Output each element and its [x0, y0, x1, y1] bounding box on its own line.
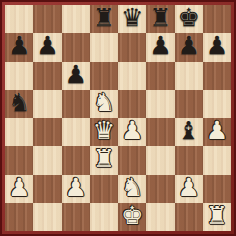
piece-black-rook: ♜ — [149, 5, 171, 32]
square-h4[interactable]: ♟ — [203, 118, 231, 146]
square-b8[interactable] — [33, 5, 61, 33]
piece-white-rook: ♜ — [93, 146, 115, 173]
square-f5[interactable] — [146, 90, 174, 118]
square-d1[interactable] — [90, 203, 118, 231]
square-g7[interactable]: ♟ — [175, 33, 203, 61]
board-frame: ♜♛♜♚♟♟♟♟♟♟♞♞♛♟♝♟♜♟♟♞♟♚♜ — [0, 0, 236, 236]
square-f4[interactable] — [146, 118, 174, 146]
square-b3[interactable] — [33, 146, 61, 174]
square-h5[interactable] — [203, 90, 231, 118]
square-h3[interactable] — [203, 146, 231, 174]
piece-white-pawn: ♟ — [64, 175, 86, 202]
square-g6[interactable] — [175, 62, 203, 90]
piece-white-pawn: ♟ — [8, 175, 30, 202]
piece-black-pawn: ♟ — [149, 33, 171, 60]
square-e7[interactable] — [118, 33, 146, 61]
square-b6[interactable] — [33, 62, 61, 90]
square-a1[interactable] — [5, 203, 33, 231]
square-g3[interactable] — [175, 146, 203, 174]
square-c3[interactable] — [62, 146, 90, 174]
square-a6[interactable] — [5, 62, 33, 90]
square-e3[interactable] — [118, 146, 146, 174]
square-b7[interactable]: ♟ — [33, 33, 61, 61]
square-a4[interactable] — [5, 118, 33, 146]
square-c2[interactable]: ♟ — [62, 175, 90, 203]
piece-black-pawn: ♟ — [8, 33, 30, 60]
square-g5[interactable] — [175, 90, 203, 118]
piece-black-queen: ♛ — [121, 5, 143, 32]
square-d5[interactable]: ♞ — [90, 90, 118, 118]
piece-white-king: ♚ — [121, 203, 143, 230]
piece-white-pawn: ♟ — [121, 118, 143, 145]
square-h1[interactable]: ♜ — [203, 203, 231, 231]
square-d7[interactable] — [90, 33, 118, 61]
piece-black-rook: ♜ — [93, 5, 115, 32]
piece-black-pawn: ♟ — [177, 33, 199, 60]
square-f8[interactable]: ♜ — [146, 5, 174, 33]
piece-white-knight: ♞ — [121, 175, 143, 202]
piece-black-pawn: ♟ — [206, 33, 228, 60]
square-e1[interactable]: ♚ — [118, 203, 146, 231]
square-e8[interactable]: ♛ — [118, 5, 146, 33]
piece-white-pawn: ♟ — [206, 118, 228, 145]
square-h7[interactable]: ♟ — [203, 33, 231, 61]
square-d8[interactable]: ♜ — [90, 5, 118, 33]
square-g4[interactable]: ♝ — [175, 118, 203, 146]
square-c8[interactable] — [62, 5, 90, 33]
piece-black-bishop: ♝ — [177, 118, 199, 145]
piece-black-king: ♚ — [177, 5, 199, 32]
square-d2[interactable] — [90, 175, 118, 203]
piece-white-rook: ♜ — [206, 203, 228, 230]
square-a8[interactable] — [5, 5, 33, 33]
square-e4[interactable]: ♟ — [118, 118, 146, 146]
square-a2[interactable]: ♟ — [5, 175, 33, 203]
square-c1[interactable] — [62, 203, 90, 231]
square-d6[interactable] — [90, 62, 118, 90]
square-d3[interactable]: ♜ — [90, 146, 118, 174]
chess-board: ♜♛♜♚♟♟♟♟♟♟♞♞♛♟♝♟♜♟♟♞♟♚♜ — [5, 5, 231, 231]
piece-black-pawn: ♟ — [36, 33, 58, 60]
piece-black-pawn: ♟ — [64, 62, 86, 89]
piece-white-knight: ♞ — [93, 90, 115, 117]
square-h6[interactable] — [203, 62, 231, 90]
square-c7[interactable] — [62, 33, 90, 61]
square-e5[interactable] — [118, 90, 146, 118]
square-g1[interactable] — [175, 203, 203, 231]
square-a7[interactable]: ♟ — [5, 33, 33, 61]
square-g2[interactable]: ♟ — [175, 175, 203, 203]
square-f2[interactable] — [146, 175, 174, 203]
square-f6[interactable] — [146, 62, 174, 90]
piece-white-pawn: ♟ — [177, 175, 199, 202]
square-c5[interactable] — [62, 90, 90, 118]
square-b5[interactable] — [33, 90, 61, 118]
square-h2[interactable] — [203, 175, 231, 203]
square-b4[interactable] — [33, 118, 61, 146]
square-b1[interactable] — [33, 203, 61, 231]
square-d4[interactable]: ♛ — [90, 118, 118, 146]
square-f3[interactable] — [146, 146, 174, 174]
square-c4[interactable] — [62, 118, 90, 146]
square-e2[interactable]: ♞ — [118, 175, 146, 203]
square-a5[interactable]: ♞ — [5, 90, 33, 118]
square-e6[interactable] — [118, 62, 146, 90]
square-f7[interactable]: ♟ — [146, 33, 174, 61]
square-b2[interactable] — [33, 175, 61, 203]
square-c6[interactable]: ♟ — [62, 62, 90, 90]
square-f1[interactable] — [146, 203, 174, 231]
piece-black-knight: ♞ — [8, 90, 30, 117]
square-g8[interactable]: ♚ — [175, 5, 203, 33]
square-a3[interactable] — [5, 146, 33, 174]
piece-white-queen: ♛ — [93, 118, 115, 145]
square-h8[interactable] — [203, 5, 231, 33]
